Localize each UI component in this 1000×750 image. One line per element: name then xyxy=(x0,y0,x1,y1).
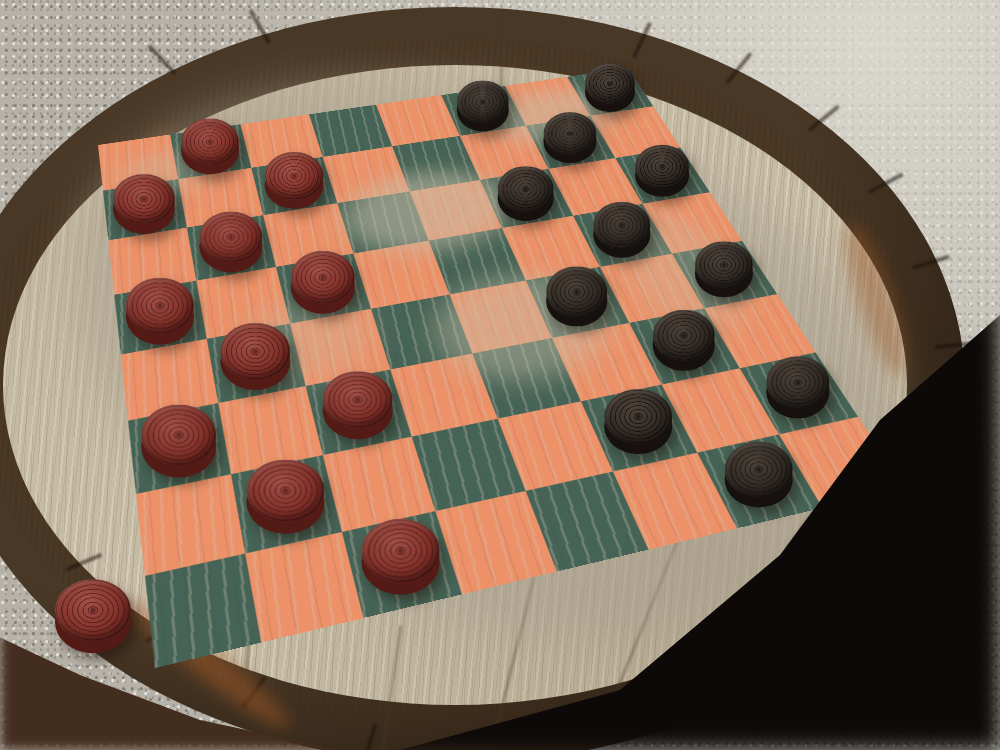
checker-black-c8[interactable] xyxy=(635,145,689,197)
checker-top xyxy=(457,81,509,124)
checker-black-g8[interactable] xyxy=(766,356,829,417)
checker-top xyxy=(361,518,440,582)
photo-scene xyxy=(0,0,1000,750)
checker-red-d1[interactable] xyxy=(126,278,194,344)
checker-black-h7[interactable] xyxy=(724,441,793,508)
checker-red-b3[interactable] xyxy=(264,152,323,209)
checker-top xyxy=(113,174,175,225)
checker-red-f1[interactable] xyxy=(141,404,217,477)
checker-black-a6[interactable] xyxy=(457,81,509,132)
checker-top xyxy=(724,441,793,497)
checker-black-g6[interactable] xyxy=(604,389,672,454)
checker-black-f7[interactable] xyxy=(652,310,714,371)
checker-red-g2[interactable] xyxy=(247,459,324,534)
checker-black-c6[interactable] xyxy=(498,166,555,221)
checker-red-c2[interactable] xyxy=(199,211,262,272)
checker-top xyxy=(247,459,324,522)
checker-top xyxy=(546,267,608,317)
checker-top xyxy=(766,356,829,408)
checker-top xyxy=(593,202,650,249)
checker-red-d3[interactable] xyxy=(291,251,355,313)
checker-top xyxy=(221,323,290,380)
checker-black-e6[interactable] xyxy=(546,267,608,327)
checker-top xyxy=(498,166,555,212)
checker-top xyxy=(585,63,635,104)
checker-black-d7[interactable] xyxy=(593,202,650,258)
checker-red-e2[interactable] xyxy=(221,323,290,390)
checker-top xyxy=(322,371,393,429)
checker-top xyxy=(652,310,714,361)
checker-top xyxy=(55,579,131,641)
checker-top xyxy=(543,112,596,155)
checker-red-b1[interactable] xyxy=(113,174,175,234)
checker-black-e8[interactable] xyxy=(695,241,753,297)
checker-top xyxy=(264,152,323,200)
checker-red-h3[interactable] xyxy=(361,518,440,594)
checker-black-a8[interactable] xyxy=(585,63,635,111)
checker-red-off-board[interactable] xyxy=(55,579,131,653)
checker-top xyxy=(141,404,217,466)
checker-red-f3[interactable] xyxy=(322,371,393,440)
checker-top xyxy=(604,389,672,444)
checker-top xyxy=(635,145,689,189)
checker-top xyxy=(199,211,262,263)
checker-top xyxy=(181,118,239,165)
checker-black-b7[interactable] xyxy=(543,112,596,164)
checker-red-a2[interactable] xyxy=(181,118,239,174)
checker-top xyxy=(126,278,194,334)
